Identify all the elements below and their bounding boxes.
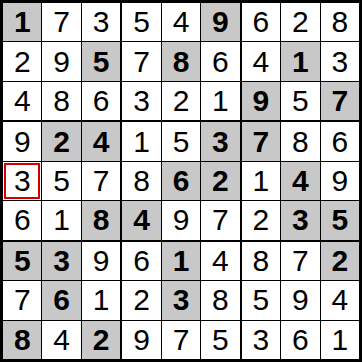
sudoku-cell-r9c8[interactable]: 6 (281, 321, 319, 359)
sudoku-cell-r8c9[interactable]: 4 (321, 281, 359, 319)
sudoku-cell-r3c1[interactable]: 4 (3, 82, 41, 120)
sudoku-cell-r5c2[interactable]: 5 (42, 162, 80, 200)
sudoku-cell-r6c1[interactable]: 6 (3, 201, 41, 239)
sudoku-cell-r6c9[interactable]: 5 (321, 201, 359, 239)
sudoku-cell-r7c2[interactable]: 3 (42, 242, 80, 280)
sudoku-cell-r9c1[interactable]: 8 (3, 321, 41, 359)
sudoku-cell-r6c7[interactable]: 2 (242, 201, 280, 239)
sudoku-cell-r4c9[interactable]: 6 (321, 122, 359, 160)
sudoku-cell-r2c7[interactable]: 4 (242, 42, 280, 80)
sudoku-cell-r5c1[interactable]: 3 (3, 162, 41, 200)
sudoku-cell-r4c1[interactable]: 9 (3, 122, 41, 160)
sudoku-cell-r2c8[interactable]: 1 (281, 42, 319, 80)
sudoku-cell-r9c7[interactable]: 3 (242, 321, 280, 359)
sudoku-board: 1732954865497863216284139579243576181538… (0, 0, 362, 362)
sudoku-cell-r3c3[interactable]: 6 (82, 82, 120, 120)
sudoku-cell-r8c2[interactable]: 6 (42, 281, 80, 319)
sudoku-cell-r8c1[interactable]: 7 (3, 281, 41, 319)
sudoku-cell-r1c5[interactable]: 4 (162, 3, 200, 41)
sudoku-cell-r6c4[interactable]: 4 (122, 201, 160, 239)
sudoku-cell-r7c4[interactable]: 6 (122, 242, 160, 280)
sudoku-cell-r8c8[interactable]: 9 (281, 281, 319, 319)
sudoku-box-7: 539761842 (3, 242, 120, 359)
sudoku-cell-r8c5[interactable]: 3 (162, 281, 200, 319)
sudoku-cell-r7c9[interactable]: 2 (321, 242, 359, 280)
sudoku-cell-r5c9[interactable]: 9 (321, 162, 359, 200)
sudoku-cell-r7c5[interactable]: 1 (162, 242, 200, 280)
sudoku-cell-r9c2[interactable]: 4 (42, 321, 80, 359)
sudoku-cell-r4c7[interactable]: 7 (242, 122, 280, 160)
sudoku-cell-r1c4[interactable]: 5 (122, 3, 160, 41)
sudoku-cell-r3c7[interactable]: 9 (242, 82, 280, 120)
sudoku-cell-r2c9[interactable]: 3 (321, 42, 359, 80)
sudoku-cell-r6c8[interactable]: 3 (281, 201, 319, 239)
sudoku-cell-r1c9[interactable]: 8 (321, 3, 359, 41)
sudoku-cell-r7c7[interactable]: 8 (242, 242, 280, 280)
sudoku-cell-r5c6[interactable]: 2 (201, 162, 239, 200)
sudoku-cell-r4c4[interactable]: 1 (122, 122, 160, 160)
sudoku-cell-r4c5[interactable]: 5 (162, 122, 200, 160)
sudoku-box-8: 614238975 (122, 242, 239, 359)
sudoku-box-6: 786149235 (242, 122, 359, 239)
sudoku-cell-r7c8[interactable]: 7 (281, 242, 319, 280)
sudoku-cell-r7c1[interactable]: 5 (3, 242, 41, 280)
sudoku-cell-r9c4[interactable]: 9 (122, 321, 160, 359)
sudoku-cell-r4c8[interactable]: 8 (281, 122, 319, 160)
sudoku-cell-r3c2[interactable]: 8 (42, 82, 80, 120)
sudoku-cell-r5c5[interactable]: 6 (162, 162, 200, 200)
sudoku-cell-r3c4[interactable]: 3 (122, 82, 160, 120)
sudoku-box-9: 872594361 (242, 242, 359, 359)
sudoku-cell-r9c5[interactable]: 7 (162, 321, 200, 359)
sudoku-cell-r8c3[interactable]: 1 (82, 281, 120, 319)
sudoku-cell-r6c3[interactable]: 8 (82, 201, 120, 239)
sudoku-cell-r6c5[interactable]: 9 (162, 201, 200, 239)
sudoku-cell-r1c1[interactable]: 1 (3, 3, 41, 41)
sudoku-cell-r3c9[interactable]: 7 (321, 82, 359, 120)
sudoku-cell-r9c9[interactable]: 1 (321, 321, 359, 359)
sudoku-cell-r4c3[interactable]: 4 (82, 122, 120, 160)
sudoku-box-3: 628413957 (242, 3, 359, 120)
sudoku-cell-r5c8[interactable]: 4 (281, 162, 319, 200)
sudoku-cell-r1c6[interactable]: 9 (201, 3, 239, 41)
sudoku-cell-r5c4[interactable]: 8 (122, 162, 160, 200)
sudoku-cell-r9c3[interactable]: 2 (82, 321, 120, 359)
sudoku-cell-r6c2[interactable]: 1 (42, 201, 80, 239)
sudoku-cell-r4c2[interactable]: 2 (42, 122, 80, 160)
sudoku-cell-r1c2[interactable]: 7 (42, 3, 80, 41)
sudoku-cell-r9c6[interactable]: 5 (201, 321, 239, 359)
sudoku-cell-r7c6[interactable]: 4 (201, 242, 239, 280)
sudoku-cell-r4c6[interactable]: 3 (201, 122, 239, 160)
sudoku-cell-r1c3[interactable]: 3 (82, 3, 120, 41)
sudoku-box-5: 153862497 (122, 122, 239, 239)
sudoku-box-1: 173295486 (3, 3, 120, 120)
sudoku-cell-r8c7[interactable]: 5 (242, 281, 280, 319)
sudoku-cell-r6c6[interactable]: 7 (201, 201, 239, 239)
sudoku-cell-r5c3[interactable]: 7 (82, 162, 120, 200)
sudoku-box-4: 924357618 (3, 122, 120, 239)
sudoku-cell-r3c8[interactable]: 5 (281, 82, 319, 120)
sudoku-cell-r1c7[interactable]: 6 (242, 3, 280, 41)
sudoku-cell-r7c3[interactable]: 9 (82, 242, 120, 280)
sudoku-cell-r2c4[interactable]: 7 (122, 42, 160, 80)
sudoku-cell-r1c8[interactable]: 2 (281, 3, 319, 41)
sudoku-cell-r5c7[interactable]: 1 (242, 162, 280, 200)
sudoku-cell-r2c1[interactable]: 2 (3, 42, 41, 80)
sudoku-cell-r2c2[interactable]: 9 (42, 42, 80, 80)
sudoku-cell-r2c3[interactable]: 5 (82, 42, 120, 80)
sudoku-cell-r8c4[interactable]: 2 (122, 281, 160, 319)
sudoku-cell-r2c6[interactable]: 6 (201, 42, 239, 80)
sudoku-cell-r3c6[interactable]: 1 (201, 82, 239, 120)
sudoku-cell-r3c5[interactable]: 2 (162, 82, 200, 120)
sudoku-cell-r2c5[interactable]: 8 (162, 42, 200, 80)
sudoku-cell-r8c6[interactable]: 8 (201, 281, 239, 319)
sudoku-box-2: 549786321 (122, 3, 239, 120)
